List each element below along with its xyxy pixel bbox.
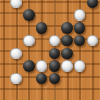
black-stone — [61, 48, 73, 60]
black-stone — [23, 9, 35, 21]
white-stone — [10, 73, 22, 85]
black-stone — [74, 22, 86, 34]
white-stone — [36, 60, 48, 72]
black-stone — [49, 73, 61, 85]
white-stone — [74, 9, 86, 21]
black-stone — [61, 22, 73, 34]
black-stone — [49, 60, 61, 72]
black-stone — [49, 48, 61, 60]
white-stone — [49, 35, 61, 47]
go-board[interactable] — [0, 0, 100, 100]
screenshot — [0, 0, 100, 100]
black-stone — [36, 73, 48, 85]
white-stone — [74, 60, 86, 72]
white-stone — [87, 35, 99, 47]
white-stone — [23, 35, 35, 47]
black-stone — [61, 35, 73, 47]
white-stone — [61, 60, 73, 72]
black-stone — [74, 35, 86, 47]
black-stone — [36, 22, 48, 34]
black-stone — [23, 60, 35, 72]
white-stone — [10, 0, 22, 8]
black-stone — [87, 0, 99, 8]
white-stone — [10, 48, 22, 60]
